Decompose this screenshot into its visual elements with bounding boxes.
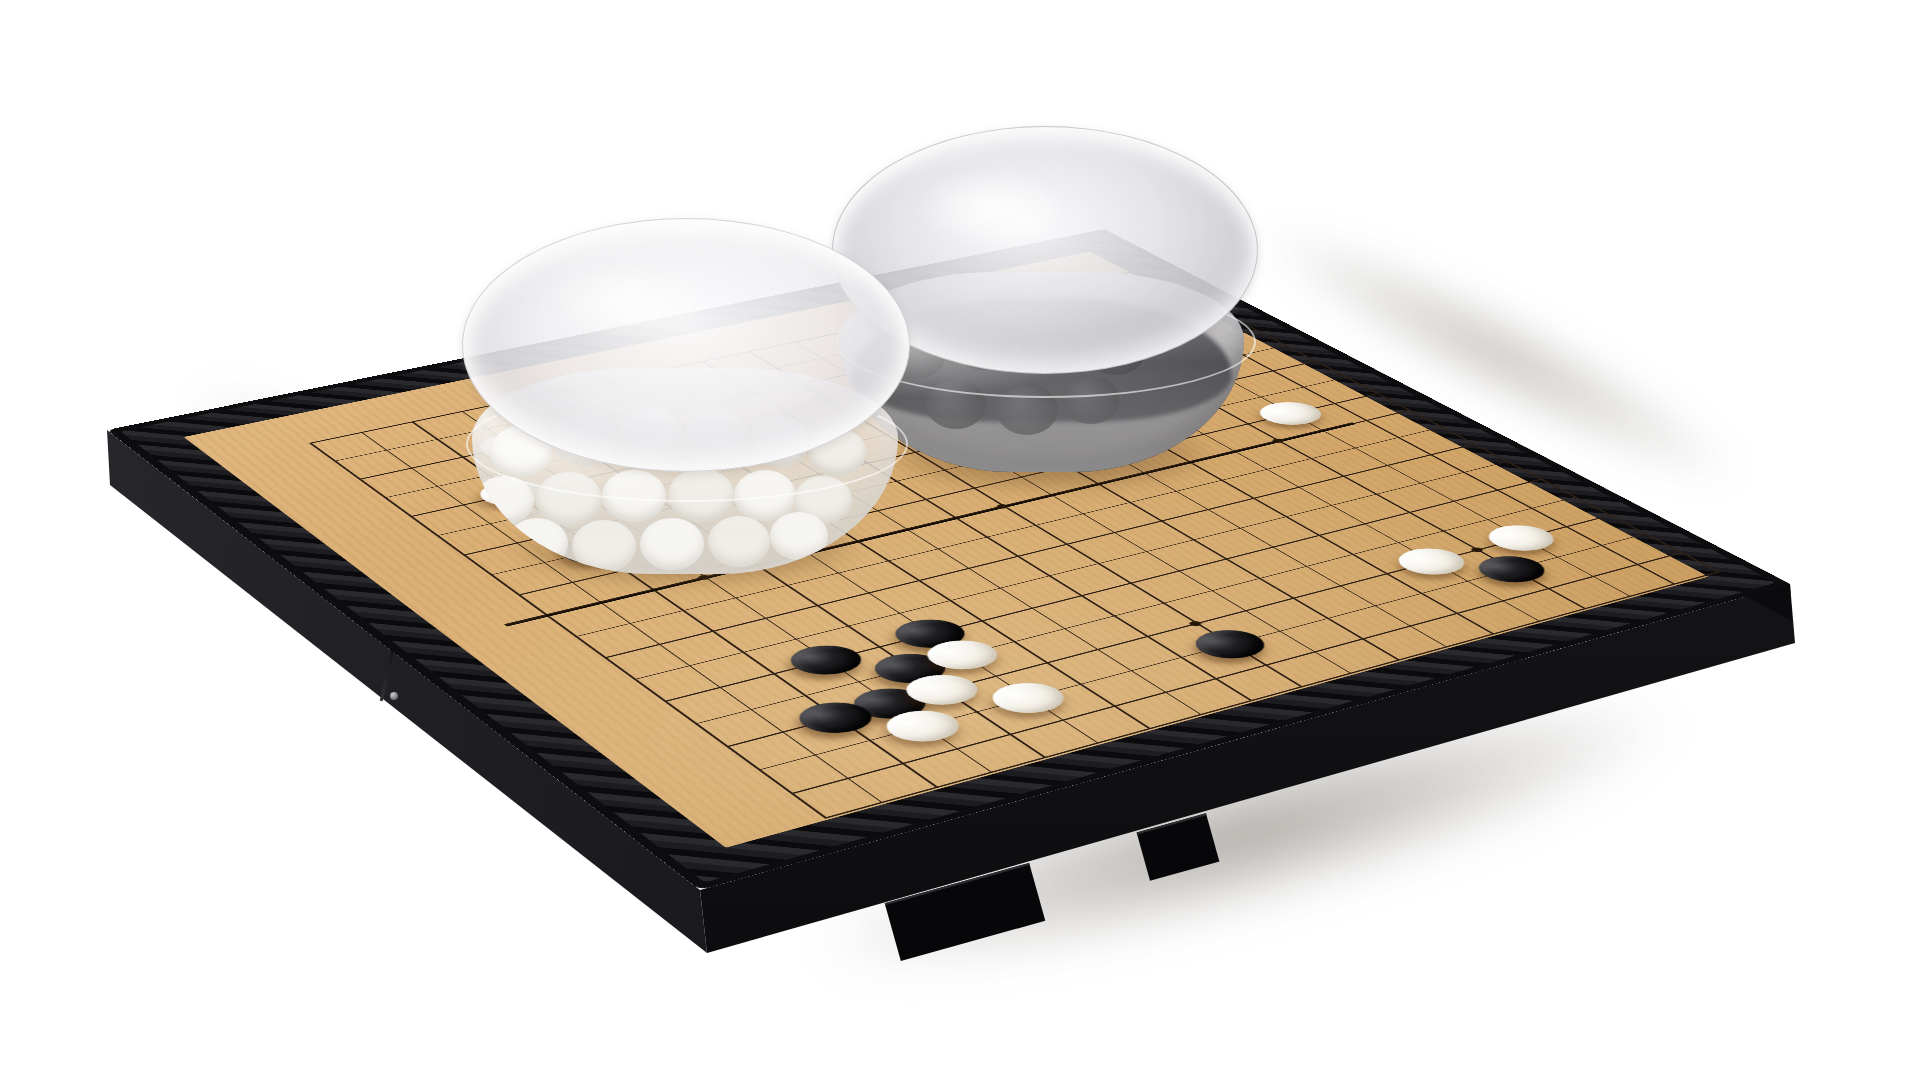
bowl-stone <box>708 516 770 567</box>
bowl-stone <box>926 380 986 429</box>
bowl-stone <box>1062 376 1120 424</box>
white-bowl-lid <box>462 218 910 472</box>
bowl-stone <box>572 520 636 572</box>
bowl-stone <box>536 472 602 526</box>
white-stone-bowl <box>462 218 908 574</box>
bowl-stone <box>640 518 704 570</box>
lid-highlight <box>892 157 1087 260</box>
bowl-stone <box>602 470 666 522</box>
product-photo <box>0 0 1920 1080</box>
frame-front-notch <box>885 863 1046 961</box>
bowl-stone <box>668 468 734 522</box>
hinge-pin-icon <box>390 692 398 700</box>
frame-front-notch <box>1137 813 1220 881</box>
bowl-stone <box>996 384 1058 435</box>
bowl-stone <box>506 518 568 569</box>
bowl-stone <box>770 512 828 560</box>
bowl-stone <box>474 476 534 525</box>
lid-highlight <box>525 249 730 355</box>
